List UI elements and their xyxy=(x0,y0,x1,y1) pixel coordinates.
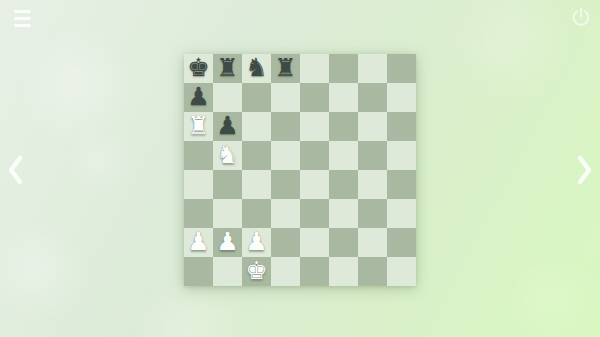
hamburger-icon xyxy=(14,17,31,20)
square-d6[interactable] xyxy=(271,112,300,141)
piece-white-pawn[interactable]: ♟ xyxy=(245,227,267,256)
square-b3[interactable] xyxy=(213,199,242,228)
square-e8[interactable] xyxy=(300,54,329,83)
square-f4[interactable] xyxy=(329,170,358,199)
square-b1[interactable] xyxy=(213,257,242,286)
square-c6[interactable] xyxy=(242,112,271,141)
piece-black-rook[interactable]: ♜ xyxy=(216,53,238,82)
chevron-left-icon xyxy=(6,154,26,186)
square-a4[interactable] xyxy=(184,170,213,199)
square-e7[interactable] xyxy=(300,83,329,112)
square-h8[interactable] xyxy=(387,54,416,83)
square-h2[interactable] xyxy=(387,228,416,257)
square-g3[interactable] xyxy=(358,199,387,228)
hamburger-icon xyxy=(14,10,31,13)
square-f1[interactable] xyxy=(329,257,358,286)
square-d3[interactable] xyxy=(271,199,300,228)
square-f8[interactable] xyxy=(329,54,358,83)
piece-white-pawn[interactable]: ♟ xyxy=(216,227,238,256)
square-g1[interactable] xyxy=(358,257,387,286)
power-icon xyxy=(570,6,592,28)
square-g5[interactable] xyxy=(358,141,387,170)
piece-black-rook[interactable]: ♜ xyxy=(274,53,296,82)
square-a7[interactable]: ♟ xyxy=(184,83,213,112)
square-c5[interactable] xyxy=(242,141,271,170)
hamburger-menu-button[interactable] xyxy=(14,10,32,27)
square-c3[interactable] xyxy=(242,199,271,228)
square-f6[interactable] xyxy=(329,112,358,141)
chevron-right-icon xyxy=(574,154,594,186)
square-g2[interactable] xyxy=(358,228,387,257)
square-a1[interactable] xyxy=(184,257,213,286)
square-h3[interactable] xyxy=(387,199,416,228)
bokeh-circle xyxy=(500,250,600,337)
square-b8[interactable]: ♜ xyxy=(213,54,242,83)
square-d4[interactable] xyxy=(271,170,300,199)
square-d1[interactable] xyxy=(271,257,300,286)
square-d5[interactable] xyxy=(271,141,300,170)
piece-white-knight[interactable]: ♞ xyxy=(216,140,238,169)
piece-black-pawn[interactable]: ♟ xyxy=(187,82,209,111)
piece-black-pawn[interactable]: ♟ xyxy=(216,111,238,140)
square-b4[interactable] xyxy=(213,170,242,199)
hamburger-icon xyxy=(14,24,31,27)
square-h6[interactable] xyxy=(387,112,416,141)
square-a5[interactable] xyxy=(184,141,213,170)
square-g8[interactable] xyxy=(358,54,387,83)
bokeh-circle xyxy=(440,0,580,110)
square-b2[interactable]: ♟ xyxy=(213,228,242,257)
square-d2[interactable] xyxy=(271,228,300,257)
square-g4[interactable] xyxy=(358,170,387,199)
square-f2[interactable] xyxy=(329,228,358,257)
square-e2[interactable] xyxy=(300,228,329,257)
square-c7[interactable] xyxy=(242,83,271,112)
bokeh-circle xyxy=(60,120,140,200)
square-a8[interactable]: ♚ xyxy=(184,54,213,83)
chess-board: ♚♜♞♜♟♜♟♞♟♟♟♚ xyxy=(184,54,416,286)
square-d8[interactable]: ♜ xyxy=(271,54,300,83)
bokeh-circle xyxy=(10,20,140,150)
bokeh-circle xyxy=(0,215,90,325)
piece-black-knight[interactable]: ♞ xyxy=(245,53,267,82)
square-f3[interactable] xyxy=(329,199,358,228)
square-c8[interactable]: ♞ xyxy=(242,54,271,83)
square-h4[interactable] xyxy=(387,170,416,199)
square-c1[interactable]: ♚ xyxy=(242,257,271,286)
square-h7[interactable] xyxy=(387,83,416,112)
square-a2[interactable]: ♟ xyxy=(184,228,213,257)
square-g6[interactable] xyxy=(358,112,387,141)
power-button[interactable] xyxy=(570,6,592,28)
square-a3[interactable] xyxy=(184,199,213,228)
square-b7[interactable] xyxy=(213,83,242,112)
square-h1[interactable] xyxy=(387,257,416,286)
square-f7[interactable] xyxy=(329,83,358,112)
next-puzzle-button[interactable] xyxy=(574,154,594,186)
square-c4[interactable] xyxy=(242,170,271,199)
square-c2[interactable]: ♟ xyxy=(242,228,271,257)
piece-white-king[interactable]: ♚ xyxy=(245,256,267,285)
square-g7[interactable] xyxy=(358,83,387,112)
square-b6[interactable]: ♟ xyxy=(213,112,242,141)
piece-white-rook[interactable]: ♜ xyxy=(187,111,209,140)
piece-black-king[interactable]: ♚ xyxy=(187,53,209,82)
square-d7[interactable] xyxy=(271,83,300,112)
square-e5[interactable] xyxy=(300,141,329,170)
prev-puzzle-button[interactable] xyxy=(6,154,26,186)
square-e6[interactable] xyxy=(300,112,329,141)
square-h5[interactable] xyxy=(387,141,416,170)
square-e3[interactable] xyxy=(300,199,329,228)
piece-white-pawn[interactable]: ♟ xyxy=(187,227,209,256)
square-e4[interactable] xyxy=(300,170,329,199)
square-e1[interactable] xyxy=(300,257,329,286)
square-a6[interactable]: ♜ xyxy=(184,112,213,141)
app-window: ♚♜♞♜♟♜♟♞♟♟♟♚ xyxy=(0,0,600,337)
square-b5[interactable]: ♞ xyxy=(213,141,242,170)
square-f5[interactable] xyxy=(329,141,358,170)
